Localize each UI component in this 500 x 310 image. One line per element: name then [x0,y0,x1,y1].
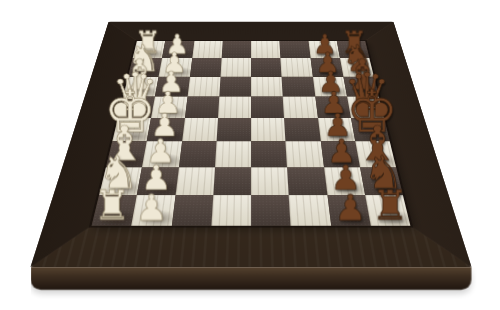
square-b3 [190,58,222,76]
square-b4 [220,58,251,76]
square-e3 [182,118,218,141]
square-f4 [215,141,251,167]
square-d6 [283,96,318,118]
white-pawn: ♟ [135,190,167,226]
white-rook: ♜ [93,185,130,226]
square-a3 [192,41,223,58]
square-e6 [284,118,320,141]
square-h1: ♜ [92,195,137,226]
square-c4 [219,77,251,97]
square-f3 [179,141,217,167]
square-a6 [280,41,311,58]
square-g3 [175,167,215,195]
square-h8: ♜ [365,195,410,226]
square-e5 [251,118,286,141]
square-h3 [171,195,213,226]
brown-rook: ♜ [372,185,409,226]
square-g6 [287,167,327,195]
square-d4 [218,96,251,118]
square-g4 [213,167,251,195]
chessboard: ♜♟♟♜♞♟♟♞♝♟♟♝♛♟♟♛♚♟♟♚♝♟♟♝♞♟♟♞♜♟♟♜ [31,22,472,267]
brown-pawn: ♟ [334,190,366,226]
square-f5 [251,141,287,167]
chess-set-photo: ♜♟♟♜♞♟♟♞♝♟♟♝♛♟♟♛♚♟♟♚♝♟♟♝♞♟♟♞♜♟♟♜ [0,0,500,310]
square-e4 [216,118,251,141]
square-a5 [251,41,281,58]
square-d3 [185,96,220,118]
square-h2: ♟ [131,195,175,226]
square-a4 [221,41,251,58]
square-b6 [281,58,313,76]
frame-front-face [31,267,472,290]
square-d5 [251,96,284,118]
square-c3 [187,77,220,97]
square-f6 [286,141,324,167]
square-h5 [251,195,291,226]
square-g5 [251,167,289,195]
square-c6 [282,77,315,97]
square-b5 [251,58,282,76]
square-c5 [251,77,283,97]
square-h7: ♟ [327,195,371,226]
square-h6 [289,195,331,226]
playing-area: ♜♟♟♜♞♟♟♞♝♟♟♝♛♟♟♛♚♟♟♚♝♟♟♝♞♟♟♞♜♟♟♜ [92,41,411,226]
square-h4 [211,195,251,226]
